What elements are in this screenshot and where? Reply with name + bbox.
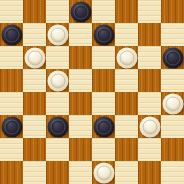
square-d4[interactable]	[69, 92, 92, 115]
square-d6[interactable]	[69, 46, 92, 69]
square-e4	[92, 92, 115, 115]
square-a5[interactable]	[0, 69, 23, 92]
white-man[interactable]	[162, 93, 183, 114]
square-d3	[69, 115, 92, 138]
square-g2	[138, 138, 161, 161]
square-c7[interactable]	[46, 23, 69, 46]
square-f4[interactable]	[115, 92, 138, 115]
square-c1[interactable]	[46, 161, 69, 184]
square-d5	[69, 69, 92, 92]
square-a6	[0, 46, 23, 69]
square-f8[interactable]	[115, 0, 138, 23]
square-g4	[138, 92, 161, 115]
square-g1[interactable]	[138, 161, 161, 184]
black-man[interactable]	[162, 47, 183, 68]
square-e5[interactable]	[92, 69, 115, 92]
square-g5[interactable]	[138, 69, 161, 92]
black-man[interactable]	[70, 1, 91, 22]
square-g7[interactable]	[138, 23, 161, 46]
white-man[interactable]	[139, 116, 160, 137]
black-man[interactable]	[47, 116, 68, 137]
square-d7	[69, 23, 92, 46]
square-f7	[115, 23, 138, 46]
square-a8	[0, 0, 23, 23]
square-c2	[46, 138, 69, 161]
square-e8	[92, 0, 115, 23]
square-a7[interactable]	[0, 23, 23, 46]
square-d8[interactable]	[69, 0, 92, 23]
square-b7	[23, 23, 46, 46]
square-e3[interactable]	[92, 115, 115, 138]
square-c5[interactable]	[46, 69, 69, 92]
square-h4[interactable]	[161, 92, 184, 115]
square-h7	[161, 23, 184, 46]
square-e6	[92, 46, 115, 69]
square-g3[interactable]	[138, 115, 161, 138]
square-d1	[69, 161, 92, 184]
square-f2[interactable]	[115, 138, 138, 161]
square-g8	[138, 0, 161, 23]
square-h1	[161, 161, 184, 184]
square-f5	[115, 69, 138, 92]
square-g6	[138, 46, 161, 69]
square-f1	[115, 161, 138, 184]
square-b1	[23, 161, 46, 184]
square-a2	[0, 138, 23, 161]
square-e2	[92, 138, 115, 161]
square-b8[interactable]	[23, 0, 46, 23]
square-h2[interactable]	[161, 138, 184, 161]
square-e1[interactable]	[92, 161, 115, 184]
square-b3	[23, 115, 46, 138]
square-b6[interactable]	[23, 46, 46, 69]
square-a4	[0, 92, 23, 115]
white-man[interactable]	[47, 70, 68, 91]
black-man[interactable]	[93, 24, 114, 45]
square-f3	[115, 115, 138, 138]
checkers-board	[0, 0, 184, 184]
square-e7[interactable]	[92, 23, 115, 46]
square-h3	[161, 115, 184, 138]
black-man[interactable]	[1, 116, 22, 137]
black-man[interactable]	[93, 116, 114, 137]
square-c4	[46, 92, 69, 115]
square-b5	[23, 69, 46, 92]
square-a3[interactable]	[0, 115, 23, 138]
square-b2[interactable]	[23, 138, 46, 161]
square-h5	[161, 69, 184, 92]
square-d2[interactable]	[69, 138, 92, 161]
square-f6[interactable]	[115, 46, 138, 69]
square-h8[interactable]	[161, 0, 184, 23]
white-man[interactable]	[47, 24, 68, 45]
square-c3[interactable]	[46, 115, 69, 138]
square-a1[interactable]	[0, 161, 23, 184]
square-h6[interactable]	[161, 46, 184, 69]
square-c6	[46, 46, 69, 69]
white-man[interactable]	[116, 47, 137, 68]
white-man[interactable]	[24, 47, 45, 68]
black-man[interactable]	[1, 24, 22, 45]
square-c8	[46, 0, 69, 23]
square-b4[interactable]	[23, 92, 46, 115]
white-man[interactable]	[93, 162, 114, 183]
